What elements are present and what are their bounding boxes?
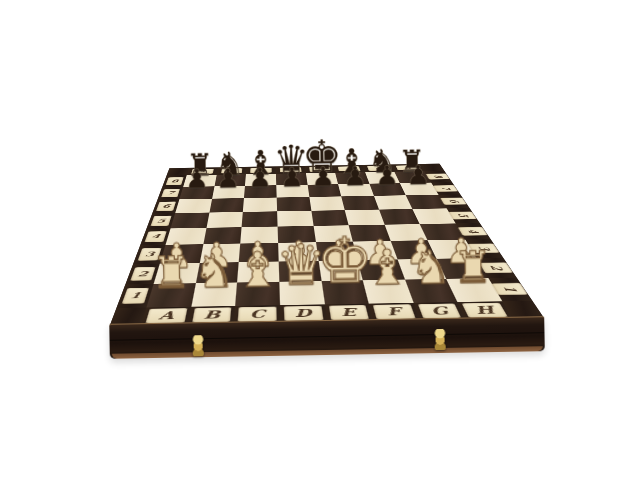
- square-d6[interactable]: [277, 197, 311, 211]
- square-f7[interactable]: [338, 184, 374, 197]
- square-e6[interactable]: [309, 196, 345, 210]
- square-e7[interactable]: [307, 184, 341, 197]
- square-f8[interactable]: [335, 172, 369, 184]
- product-photo-stage: ABCDEFGH8877665544332211ABCDEFGH ♜♞♝♛♚♝♞…: [0, 0, 640, 480]
- piece-white-rook[interactable]: ♜: [446, 246, 500, 291]
- square-a7[interactable]: [179, 186, 214, 199]
- square-f5[interactable]: [345, 210, 384, 226]
- brass-clasp-right: [432, 329, 447, 350]
- square-d7[interactable]: [276, 185, 309, 198]
- square-b5[interactable]: [206, 212, 243, 228]
- chess-board: ABCDEFGH8877665544332211ABCDEFGH ♜♞♝♛♚♝♞…: [110, 164, 544, 326]
- square-b8[interactable]: [214, 174, 246, 186]
- scene: ABCDEFGH8877665544332211ABCDEFGH ♜♞♝♛♚♝♞…: [0, 0, 640, 480]
- square-a8[interactable]: [183, 175, 216, 187]
- square-c5[interactable]: [242, 211, 278, 227]
- square-c7[interactable]: [244, 185, 276, 198]
- square-b7[interactable]: [212, 186, 245, 199]
- square-a5[interactable]: [171, 212, 210, 228]
- brass-clasp-left: [190, 335, 205, 356]
- square-e8[interactable]: [306, 173, 339, 185]
- square-a6[interactable]: [175, 199, 212, 213]
- square-f6[interactable]: [341, 196, 378, 210]
- square-c8[interactable]: [245, 174, 276, 186]
- square-c6[interactable]: [243, 198, 277, 212]
- square-d8[interactable]: [276, 173, 307, 185]
- square-b6[interactable]: [209, 198, 244, 212]
- square-d5[interactable]: [277, 211, 313, 227]
